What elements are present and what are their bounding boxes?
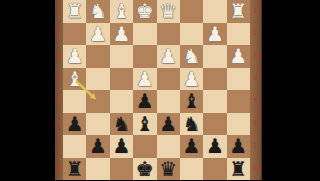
rank-label-5: 5 [55,90,63,113]
square-g5[interactable] [86,90,109,113]
square-c6[interactable]: ♞ [180,113,203,136]
rank-label-5: 5 [250,90,262,113]
rank-labels-left: 12345678 [55,0,63,180]
square-f1[interactable]: ♝ [110,0,133,23]
rank-label-4: 4 [55,68,63,91]
rank-label-2: 2 [250,23,262,46]
black-knight-c6[interactable]: ♞ [183,113,201,133]
square-e1[interactable]: ♚ [133,0,156,23]
black-rook-a8[interactable]: ♜ [229,158,247,178]
square-c5[interactable]: ♝ [180,90,203,113]
white-king-e1[interactable]: ♚ [136,1,154,21]
square-h5[interactable] [63,90,86,113]
square-c8[interactable] [180,158,203,181]
square-d6[interactable]: ♟ [157,113,180,136]
square-e2[interactable] [133,23,156,46]
square-e7[interactable] [133,135,156,158]
square-h2[interactable] [63,23,86,46]
square-a3[interactable]: ♟ [227,45,250,68]
rank-label-7: 7 [250,135,262,158]
square-h4[interactable]: ♝ [63,68,86,91]
rank-label-8: 8 [55,158,63,181]
black-pawn-f7[interactable]: ♟ [112,136,130,156]
black-pawn-e5[interactable]: ♟ [136,91,154,111]
black-pawn-d6[interactable]: ♟ [159,113,177,133]
square-f4[interactable] [110,68,133,91]
square-a1[interactable]: ♜ [227,0,250,23]
square-b8[interactable] [203,158,226,181]
square-h3[interactable]: ♟ [63,45,86,68]
square-f8[interactable] [110,158,133,181]
white-pawn-h3[interactable]: ♟ [66,46,84,66]
square-a8[interactable]: ♜ [227,158,250,181]
rank-label-2: 2 [55,23,63,46]
square-f6[interactable]: ♞ [110,113,133,136]
square-d4[interactable] [157,68,180,91]
square-g8[interactable] [86,158,109,181]
rank-label-6: 6 [250,113,262,136]
black-pawn-h6[interactable]: ♟ [66,113,84,133]
square-b2[interactable]: ♟ [203,23,226,46]
square-c1[interactable] [180,0,203,23]
rank-label-1: 1 [55,0,63,23]
square-e6[interactable]: ♝ [133,113,156,136]
square-f5[interactable] [110,90,133,113]
square-b1[interactable] [203,0,226,23]
white-rook-a1[interactable]: ♜ [229,1,247,21]
rank-labels-right: 12345678 [250,0,262,180]
square-g6[interactable] [86,113,109,136]
square-e4[interactable]: ♟ [133,68,156,91]
square-c7[interactable]: ♟ [180,135,203,158]
square-c4[interactable]: ♟ [180,68,203,91]
black-knight-f6[interactable]: ♞ [112,113,130,133]
white-pawn-c4[interactable]: ♟ [183,68,201,88]
square-g4[interactable] [86,68,109,91]
square-f2[interactable]: ♟ [110,23,133,46]
rank-label-7: 7 [55,135,63,158]
square-g1[interactable]: ♞ [86,0,109,23]
white-queen-d1[interactable]: ♛ [159,1,177,21]
white-pawn-a3[interactable]: ♟ [229,46,247,66]
board-grid: ♜♞♝♚♛♜♟♟♟♟♟♞♟♝♟♟♟♝♟♞♝♟♞♟♟♟♟♟♜♚♛♜ [63,0,250,180]
square-e5[interactable]: ♟ [133,90,156,113]
square-c3[interactable]: ♞ [180,45,203,68]
square-d2[interactable] [157,23,180,46]
white-bishop-f1[interactable]: ♝ [112,1,130,21]
square-h1[interactable]: ♜ [63,0,86,23]
white-rook-h1[interactable]: ♜ [66,1,84,21]
rank-label-1: 1 [250,0,262,23]
rank-label-8: 8 [250,158,262,181]
white-pawn-f2[interactable]: ♟ [112,23,130,43]
black-pawn-g7[interactable]: ♟ [89,136,107,156]
rank-label-6: 6 [55,113,63,136]
square-g2[interactable]: ♟ [86,23,109,46]
square-a5[interactable] [227,90,250,113]
black-pawn-c7[interactable]: ♟ [183,136,201,156]
black-bishop-c5[interactable]: ♝ [183,91,201,111]
black-king-e8[interactable]: ♚ [136,158,154,178]
white-bishop-h4[interactable]: ♝ [66,68,84,88]
white-pawn-e4[interactable]: ♟ [136,68,154,88]
square-a2[interactable] [227,23,250,46]
square-f7[interactable]: ♟ [110,135,133,158]
black-pawn-a7[interactable]: ♟ [229,136,247,156]
chess-board: 12345678 ♜♞♝♚♛♜♟♟♟♟♟♞♟♝♟♟♟♝♟♞♝♟♞♟♟♟♟♟♜♚♛… [55,0,262,180]
square-d1[interactable]: ♛ [157,0,180,23]
white-pawn-b2[interactable]: ♟ [206,23,224,43]
square-e3[interactable] [133,45,156,68]
square-b7[interactable]: ♟ [203,135,226,158]
rank-label-3: 3 [55,45,63,68]
rank-label-4: 4 [250,68,262,91]
white-pawn-d3[interactable]: ♟ [159,46,177,66]
square-a7[interactable]: ♟ [227,135,250,158]
black-pawn-b7[interactable]: ♟ [206,136,224,156]
square-d8[interactable]: ♛ [157,158,180,181]
white-knight-g1[interactable]: ♞ [89,1,107,21]
square-g7[interactable]: ♟ [86,135,109,158]
square-b4[interactable] [203,68,226,91]
square-b5[interactable] [203,90,226,113]
square-h7[interactable] [63,135,86,158]
square-a4[interactable] [227,68,250,91]
square-d5[interactable] [157,90,180,113]
square-e8[interactable]: ♚ [133,158,156,181]
chess-board-screenshot: 12345678 ♜♞♝♚♛♜♟♟♟♟♟♞♟♝♟♟♟♝♟♞♝♟♞♟♟♟♟♟♜♚♛… [0,0,320,180]
square-h8[interactable]: ♜ [63,158,86,181]
white-pawn-g2[interactable]: ♟ [89,23,107,43]
rank-label-3: 3 [250,45,262,68]
square-b3[interactable] [203,45,226,68]
square-a6[interactable] [227,113,250,136]
black-bishop-e6[interactable]: ♝ [136,113,154,133]
white-knight-c3[interactable]: ♞ [183,46,201,66]
square-c2[interactable] [180,23,203,46]
black-rook-h8[interactable]: ♜ [66,158,84,178]
square-f3[interactable] [110,45,133,68]
square-g3[interactable] [86,45,109,68]
black-queen-d8[interactable]: ♛ [159,158,177,178]
square-h6[interactable]: ♟ [63,113,86,136]
square-d3[interactable]: ♟ [157,45,180,68]
square-b6[interactable] [203,113,226,136]
square-d7[interactable] [157,135,180,158]
